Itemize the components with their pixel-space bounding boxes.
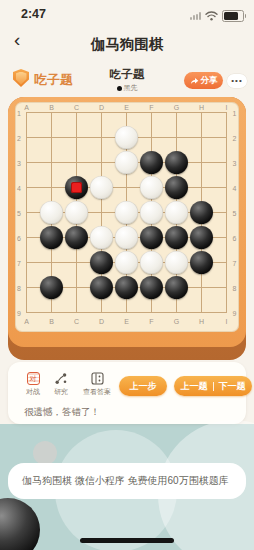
share-label: 分享	[201, 75, 218, 87]
coord-bottom-F: F	[149, 318, 153, 325]
coord-bottom-A: A	[24, 318, 29, 325]
previous-step-label: 上一步	[130, 380, 157, 393]
coord-top-B: B	[49, 103, 54, 110]
white-stone-E2[interactable]	[115, 126, 138, 149]
status-time: 2:47	[21, 7, 46, 21]
coord-top-D: D	[99, 103, 104, 110]
play-match-button[interactable]: 对 对战	[20, 372, 46, 397]
coord-top-A: A	[24, 103, 29, 110]
view-answer-label: 查看答案	[83, 387, 111, 397]
status-icons	[190, 10, 244, 22]
coord-left-6: 6	[17, 234, 21, 241]
coord-right-2: 2	[233, 134, 237, 141]
black-stone-D7[interactable]	[90, 251, 113, 274]
black-stone-H5[interactable]	[190, 201, 213, 224]
research-label: 研究	[54, 387, 68, 397]
black-stone-B6[interactable]	[40, 226, 63, 249]
play-match-label: 对战	[26, 387, 40, 397]
coord-right-9: 9	[233, 309, 237, 316]
battery-icon	[222, 10, 244, 22]
to-move-label: 黑先	[124, 83, 138, 93]
coord-top-E: E	[124, 103, 129, 110]
white-stone-F7[interactable]	[140, 251, 163, 274]
coord-left-8: 8	[17, 284, 21, 291]
last-move-marker	[71, 182, 82, 193]
white-stone-E5[interactable]	[115, 201, 138, 224]
white-stone-C5[interactable]	[65, 201, 88, 224]
black-stone-H6[interactable]	[190, 226, 213, 249]
board-card: AABBCCDDEEFFGGHHII112233445566778899	[8, 97, 246, 360]
coord-right-3: 3	[233, 159, 237, 166]
problem-nav-pill: 上一题 下一题	[174, 376, 252, 396]
branch-icon	[54, 372, 68, 385]
black-stone-G6[interactable]	[165, 226, 188, 249]
result-message: 很遗憾，答错了！	[24, 406, 100, 419]
white-stone-E3[interactable]	[115, 151, 138, 174]
white-stone-D6[interactable]	[90, 226, 113, 249]
black-stone-C6[interactable]	[65, 226, 88, 249]
answer-sheet-icon	[91, 372, 104, 385]
black-stone-G8[interactable]	[165, 276, 188, 299]
board-frame: AABBCCDDEEFFGGHHII112233445566778899	[8, 97, 246, 347]
coord-bottom-E: E	[124, 318, 129, 325]
coord-left-1: 1	[17, 109, 21, 116]
wifi-icon	[205, 11, 218, 21]
more-button[interactable]: •••	[227, 74, 247, 88]
coord-top-I: I	[226, 103, 228, 110]
deco-circle-small	[33, 441, 57, 465]
coord-right-5: 5	[233, 209, 237, 216]
black-stone-D8[interactable]	[90, 276, 113, 299]
promo-banner-text: 伽马狗围棋 微信小程序 免费使用60万围棋题库	[22, 474, 229, 488]
coord-top-F: F	[149, 103, 153, 110]
controls-card: 对 对战 研究 查看	[8, 362, 246, 424]
white-stone-E6[interactable]	[115, 226, 138, 249]
white-stone-F4[interactable]	[140, 176, 163, 199]
coord-right-7: 7	[233, 259, 237, 266]
app-screen: 2:47 ‹ 伽马狗围棋 吃子题 吃子题 黑先 分享	[0, 0, 254, 550]
decorative-go-stone	[0, 498, 40, 550]
white-stone-G7[interactable]	[165, 251, 188, 274]
black-stone-B8[interactable]	[40, 276, 63, 299]
white-stone-B5[interactable]	[40, 201, 63, 224]
share-arrow-icon	[190, 77, 199, 85]
black-stone-H7[interactable]	[190, 251, 213, 274]
coord-left-2: 2	[17, 134, 21, 141]
black-stone-F6[interactable]	[140, 226, 163, 249]
cellular-signal-icon	[190, 12, 201, 20]
next-problem-button[interactable]: 下一题	[219, 380, 246, 393]
coord-left-9: 9	[17, 309, 21, 316]
coord-left-5: 5	[17, 209, 21, 216]
coord-top-C: C	[74, 103, 79, 110]
black-stone-F3[interactable]	[140, 151, 163, 174]
coord-left-7: 7	[17, 259, 21, 266]
black-to-move-dot-icon	[117, 86, 122, 91]
coord-right-4: 4	[233, 184, 237, 191]
black-stone-E8[interactable]	[115, 276, 138, 299]
seal-icon: 对	[27, 372, 40, 385]
black-stone-G4[interactable]	[165, 176, 188, 199]
view-answer-button[interactable]: 查看答案	[78, 372, 116, 397]
coord-left-4: 4	[17, 184, 21, 191]
coord-right-6: 6	[233, 234, 237, 241]
black-stone-G3[interactable]	[165, 151, 188, 174]
previous-step-button[interactable]: 上一步	[119, 376, 167, 396]
research-button[interactable]: 研究	[48, 372, 74, 397]
promo-banner[interactable]: 伽马狗围棋 微信小程序 免费使用60万围棋题库	[8, 463, 246, 499]
coord-right-1: 1	[233, 109, 237, 116]
white-stone-G5[interactable]	[165, 201, 188, 224]
coord-bottom-I: I	[226, 318, 228, 325]
pill-divider	[213, 382, 214, 391]
coord-bottom-D: D	[99, 318, 104, 325]
coord-left-3: 3	[17, 159, 21, 166]
coord-right-8: 8	[233, 284, 237, 291]
coord-bottom-H: H	[199, 318, 204, 325]
black-stone-C4[interactable]	[65, 176, 88, 199]
coord-bottom-G: G	[174, 318, 179, 325]
white-stone-F5[interactable]	[140, 201, 163, 224]
coord-top-G: G	[174, 103, 179, 110]
share-button[interactable]: 分享	[184, 72, 223, 89]
board-panel[interactable]: AABBCCDDEEFFGGHHII112233445566778899	[15, 102, 239, 332]
coord-bottom-B: B	[49, 318, 54, 325]
black-stone-F8[interactable]	[140, 276, 163, 299]
white-stone-D4[interactable]	[90, 176, 113, 199]
white-stone-E7[interactable]	[115, 251, 138, 274]
coord-bottom-C: C	[74, 318, 79, 325]
home-indicator[interactable]	[80, 538, 174, 543]
coord-top-H: H	[199, 103, 204, 110]
page-title: 伽马狗围棋	[0, 35, 254, 54]
previous-problem-button[interactable]: 上一题	[181, 380, 208, 393]
